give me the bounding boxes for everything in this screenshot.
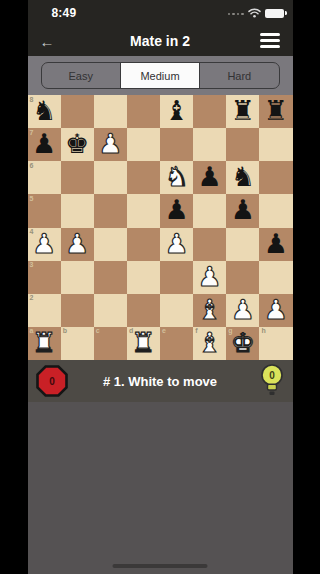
black-rook-h8[interactable]: ♜ — [264, 97, 288, 124]
square-h3[interactable] — [259, 261, 292, 294]
square-b6[interactable] — [61, 161, 94, 194]
square-d5[interactable] — [127, 194, 160, 227]
square-d8[interactable] — [127, 95, 160, 128]
square-c6[interactable] — [94, 161, 127, 194]
white-rook-a1[interactable]: ♜ — [32, 329, 56, 356]
square-c1[interactable]: c — [94, 327, 127, 360]
square-b5[interactable] — [61, 194, 94, 227]
white-pawn-a4[interactable]: ♟ — [32, 230, 56, 257]
status-bar: 8:49 — [28, 0, 293, 26]
square-f1[interactable]: f♝ — [193, 327, 226, 360]
square-a7[interactable]: 7♟ — [28, 128, 61, 161]
square-e7[interactable] — [160, 128, 193, 161]
tab-easy[interactable]: Easy — [42, 63, 121, 88]
square-d1[interactable]: d♜ — [127, 327, 160, 360]
black-knight-g6[interactable]: ♞ — [231, 163, 255, 190]
square-a4[interactable]: 4♟ — [28, 228, 61, 261]
square-g7[interactable] — [226, 128, 259, 161]
square-f8[interactable] — [193, 95, 226, 128]
square-g3[interactable] — [226, 261, 259, 294]
white-pawn-g2[interactable]: ♟ — [231, 296, 255, 323]
rank-label-5: 5 — [30, 195, 34, 202]
square-a3[interactable]: 3 — [28, 261, 61, 294]
square-e3[interactable] — [160, 261, 193, 294]
clock: 8:49 — [52, 6, 77, 20]
file-label-e: e — [162, 327, 166, 334]
white-knight-e6[interactable]: ♞ — [164, 163, 188, 190]
square-b3[interactable] — [61, 261, 94, 294]
square-d2[interactable] — [127, 294, 160, 327]
square-e2[interactable] — [160, 294, 193, 327]
white-rook-d1[interactable]: ♜ — [131, 329, 155, 356]
square-b1[interactable]: b — [61, 327, 94, 360]
square-e8[interactable]: ♝ — [160, 95, 193, 128]
square-h5[interactable] — [259, 194, 292, 227]
square-f4[interactable] — [193, 228, 226, 261]
square-c4[interactable] — [94, 228, 127, 261]
page-title: Mate in 2 — [28, 33, 293, 49]
square-f7[interactable] — [193, 128, 226, 161]
square-a5[interactable]: 5 — [28, 194, 61, 227]
white-pawn-h2[interactable]: ♟ — [264, 296, 288, 323]
square-a8[interactable]: 8♞ — [28, 95, 61, 128]
tab-hard[interactable]: Hard — [200, 63, 278, 88]
black-king-b7[interactable]: ♚ — [65, 130, 89, 157]
square-h2[interactable]: ♟ — [259, 294, 292, 327]
square-b8[interactable] — [61, 95, 94, 128]
difficulty-tabstrip: Easy Medium Hard — [28, 56, 293, 95]
black-pawn-f6[interactable]: ♟ — [198, 163, 222, 190]
white-pawn-f3[interactable]: ♟ — [198, 263, 222, 290]
navigation-bar: ← Mate in 2 — [28, 26, 293, 56]
square-c5[interactable] — [94, 194, 127, 227]
bottom-area — [28, 402, 293, 574]
white-king-g1[interactable]: ♚ — [231, 329, 255, 356]
square-c7[interactable]: ♟ — [94, 128, 127, 161]
square-c2[interactable] — [94, 294, 127, 327]
square-d4[interactable] — [127, 228, 160, 261]
black-rook-g8[interactable]: ♜ — [231, 97, 255, 124]
white-pawn-c7[interactable]: ♟ — [98, 130, 122, 157]
tab-medium[interactable]: Medium — [121, 63, 200, 88]
square-h4[interactable]: ♟ — [259, 228, 292, 261]
square-b4[interactable]: ♟ — [61, 228, 94, 261]
black-pawn-g5[interactable]: ♟ — [231, 196, 255, 223]
app-screen: 8:49 ← Mate in 2 Easy Medium Hard 8♞♝♜♜7… — [28, 0, 293, 574]
square-a2[interactable]: 2 — [28, 294, 61, 327]
black-pawn-e5[interactable]: ♟ — [164, 196, 188, 223]
square-h7[interactable] — [259, 128, 292, 161]
wifi-icon — [248, 8, 261, 18]
square-f6[interactable]: ♟ — [193, 161, 226, 194]
square-f3[interactable]: ♟ — [193, 261, 226, 294]
white-bishop-f1[interactable]: ♝ — [198, 329, 222, 356]
battery-icon — [265, 9, 284, 18]
square-g2[interactable]: ♟ — [226, 294, 259, 327]
rank-label-6: 6 — [30, 162, 34, 169]
square-e6[interactable]: ♞ — [160, 161, 193, 194]
difficulty-segmented-control: Easy Medium Hard — [41, 62, 280, 89]
file-label-h: h — [261, 327, 265, 334]
square-g4[interactable] — [226, 228, 259, 261]
square-c8[interactable] — [94, 95, 127, 128]
square-g5[interactable]: ♟ — [226, 194, 259, 227]
home-indicator[interactable] — [113, 564, 208, 569]
square-e5[interactable]: ♟ — [160, 194, 193, 227]
square-a6[interactable]: 6 — [28, 161, 61, 194]
white-bishop-f2[interactable]: ♝ — [198, 296, 222, 323]
file-label-b: b — [63, 327, 67, 334]
square-f2[interactable]: ♝ — [193, 294, 226, 327]
square-g8[interactable]: ♜ — [226, 95, 259, 128]
square-f5[interactable] — [193, 194, 226, 227]
square-g6[interactable]: ♞ — [226, 161, 259, 194]
rank-label-2: 2 — [30, 294, 34, 301]
black-pawn-a7[interactable]: ♟ — [32, 130, 56, 157]
white-pawn-b4[interactable]: ♟ — [65, 230, 89, 257]
square-b7[interactable]: ♚ — [61, 128, 94, 161]
square-h6[interactable] — [259, 161, 292, 194]
menu-button[interactable] — [260, 33, 280, 48]
puzzle-info-bar: 0 # 1. White to move 0 — [28, 360, 293, 402]
file-label-c: c — [96, 327, 100, 334]
square-h1[interactable]: h — [259, 327, 292, 360]
square-e1[interactable]: e — [160, 327, 193, 360]
square-d3[interactable] — [127, 261, 160, 294]
rank-label-3: 3 — [30, 261, 34, 268]
hint-lightbulb-button[interactable]: 0 — [260, 363, 284, 401]
puzzle-status-text: # 1. White to move — [28, 374, 293, 389]
black-bishop-e8[interactable]: ♝ — [164, 97, 188, 124]
square-d7[interactable] — [127, 128, 160, 161]
square-h8[interactable]: ♜ — [259, 95, 292, 128]
square-e4[interactable]: ♟ — [160, 228, 193, 261]
hints-count: 0 — [269, 370, 275, 381]
white-pawn-e4[interactable]: ♟ — [164, 230, 188, 257]
black-knight-a8[interactable]: ♞ — [32, 97, 56, 124]
black-pawn-h4[interactable]: ♟ — [264, 230, 288, 257]
square-a1[interactable]: a♜ — [28, 327, 61, 360]
square-d6[interactable] — [127, 161, 160, 194]
cellular-signal-icon — [228, 8, 244, 18]
chess-board: 8♞♝♜♜7♟♚♟6♞♟♞5♟♟4♟♟♟♟3♟2♝♟♟a♜bcd♜ef♝g♚h — [28, 95, 293, 360]
square-c3[interactable] — [94, 261, 127, 294]
square-b2[interactable] — [61, 294, 94, 327]
square-g1[interactable]: g♚ — [226, 327, 259, 360]
